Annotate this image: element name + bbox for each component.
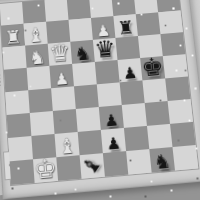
black-knight-g1[interactable]: ♞	[153, 151, 172, 172]
square-f5[interactable]: ♟	[117, 58, 142, 82]
chess-board: ♜♝♟♜♞♛♞♛♟♟♚♟♝♟♚♝♞ ❖	[0, 0, 200, 199]
square-h2[interactable]	[170, 122, 196, 147]
square-c8[interactable]	[44, 0, 68, 22]
square-h3[interactable]	[168, 99, 193, 124]
white-knight-b6[interactable]: ♞	[28, 48, 46, 68]
square-d1[interactable]: ♝	[80, 153, 105, 179]
square-d3[interactable]	[76, 107, 101, 132]
square-a3[interactable]	[7, 113, 32, 138]
square-g5[interactable]: ♚	[140, 56, 165, 80]
square-c3[interactable]	[53, 109, 78, 134]
square-a4[interactable]	[5, 90, 29, 115]
square-h5[interactable]	[163, 54, 188, 78]
square-h4[interactable]	[165, 76, 190, 101]
board-squares: ♜♝♟♜♞♛♞♛♟♟♚♟♝♟♚♝♞	[0, 0, 198, 185]
square-g3[interactable]	[145, 101, 170, 126]
square-h6[interactable]	[160, 32, 185, 56]
square-e3[interactable]: ♟	[99, 105, 124, 130]
square-b5[interactable]	[27, 66, 51, 90]
black-queen-e6[interactable]: ♛	[94, 37, 117, 62]
square-f2[interactable]	[124, 126, 149, 151]
square-a6[interactable]	[2, 46, 26, 70]
square-e8[interactable]	[89, 0, 113, 18]
square-c2[interactable]: ♝	[55, 132, 80, 157]
square-d6[interactable]: ♞	[70, 40, 95, 64]
square-d8[interactable]	[67, 0, 91, 20]
square-c6[interactable]: ♛	[48, 42, 72, 66]
white-bishop-c2[interactable]: ♝	[57, 135, 77, 157]
white-queen-c6[interactable]: ♛	[48, 41, 71, 66]
black-pawn-e3[interactable]: ♟	[104, 112, 120, 129]
square-d2[interactable]	[78, 130, 103, 155]
square-f7[interactable]: ♜	[113, 14, 138, 38]
square-g2[interactable]	[147, 124, 173, 149]
square-f4[interactable]	[120, 80, 145, 105]
square-e1[interactable]	[103, 151, 128, 177]
white-king-b1[interactable]: ♚	[33, 155, 58, 183]
square-b8[interactable]	[22, 0, 46, 24]
black-knight-d6[interactable]: ♞	[74, 44, 92, 64]
square-a5[interactable]	[4, 68, 28, 92]
black-pawn-f5[interactable]: ♟	[122, 65, 138, 82]
square-b7[interactable]: ♝	[24, 22, 48, 46]
square-a1[interactable]	[10, 159, 35, 185]
square-h7[interactable]	[158, 10, 183, 34]
square-c5[interactable]: ♟	[49, 64, 74, 88]
square-b4[interactable]	[28, 88, 53, 113]
square-f1[interactable]	[126, 149, 152, 175]
square-d4[interactable]	[74, 84, 99, 109]
square-d7[interactable]	[69, 18, 93, 42]
square-a7[interactable]: ♜	[1, 24, 25, 48]
square-g4[interactable]	[142, 78, 167, 103]
square-e5[interactable]	[95, 60, 120, 84]
square-e6[interactable]: ♛	[93, 38, 118, 62]
square-c4[interactable]	[51, 86, 76, 111]
square-b1[interactable]: ♚	[33, 157, 58, 183]
square-b6[interactable]: ♞	[25, 44, 49, 68]
white-pawn-c5[interactable]: ♟	[54, 71, 69, 88]
square-f3[interactable]	[122, 103, 147, 128]
square-f6[interactable]	[115, 36, 140, 60]
square-g1[interactable]: ♞	[149, 147, 175, 173]
square-h1[interactable]	[172, 145, 198, 170]
white-bishop-b7[interactable]: ♝	[26, 25, 45, 46]
white-rook-a7[interactable]: ♜	[4, 28, 22, 48]
square-a8[interactable]	[0, 2, 24, 26]
chess-photo-scene: ♜♝♟♜♞♛♞♛♟♟♚♟♝♟♚♝♞ ❖	[0, 0, 200, 200]
square-e2[interactable]: ♟	[101, 128, 126, 153]
square-g7[interactable]	[136, 12, 161, 36]
square-b3[interactable]	[30, 111, 55, 136]
black-rook-f7[interactable]: ♜	[117, 18, 135, 37]
square-e4[interactable]	[97, 82, 122, 107]
square-a2[interactable]	[8, 136, 33, 161]
black-king-g5[interactable]: ♚	[140, 54, 165, 80]
black-bishop-d1[interactable]: ♝	[77, 152, 104, 179]
square-d5[interactable]	[72, 62, 97, 86]
black-pawn-e2[interactable]: ♟	[106, 135, 122, 152]
